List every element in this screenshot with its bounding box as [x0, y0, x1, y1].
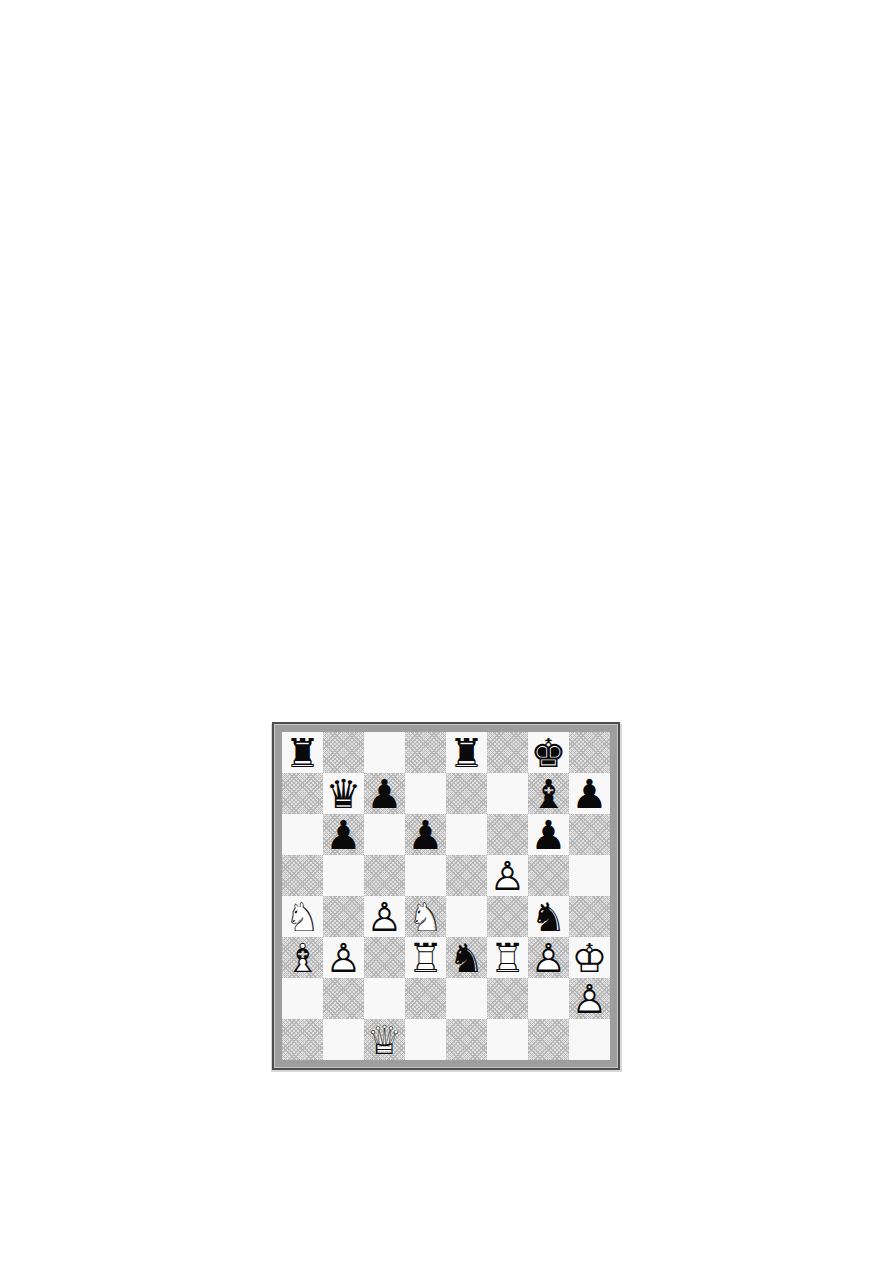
- square-d1[interactable]: [405, 1019, 446, 1060]
- piece-white-knight: ♞♘: [405, 896, 446, 937]
- square-e8[interactable]: ♜: [446, 732, 487, 773]
- square-d2[interactable]: [405, 978, 446, 1019]
- piece-black-knight: ♞: [528, 896, 569, 937]
- square-h2[interactable]: ♟♙: [569, 978, 610, 1019]
- square-f6[interactable]: [487, 814, 528, 855]
- square-b3[interactable]: ♟♙: [323, 937, 364, 978]
- piece-black-queen: ♛: [323, 773, 364, 814]
- square-d4[interactable]: ♞♘: [405, 896, 446, 937]
- square-h6[interactable]: [569, 814, 610, 855]
- piece-white-pawn: ♟♙: [323, 937, 364, 978]
- piece-white-bishop: ♝♗: [282, 937, 323, 978]
- square-c5[interactable]: [364, 855, 405, 896]
- piece-black-pawn: ♟: [405, 814, 446, 855]
- square-b4[interactable]: [323, 896, 364, 937]
- square-h3[interactable]: ♚♔: [569, 937, 610, 978]
- square-c3[interactable]: [364, 937, 405, 978]
- square-b8[interactable]: [323, 732, 364, 773]
- square-g3[interactable]: ♟♙: [528, 937, 569, 978]
- square-c1[interactable]: ♛♕: [364, 1019, 405, 1060]
- square-c8[interactable]: [364, 732, 405, 773]
- square-g4[interactable]: ♞: [528, 896, 569, 937]
- square-g5[interactable]: [528, 855, 569, 896]
- square-h1[interactable]: [569, 1019, 610, 1060]
- square-b6[interactable]: ♟: [323, 814, 364, 855]
- piece-white-pawn: ♟♙: [364, 896, 405, 937]
- square-a2[interactable]: [282, 978, 323, 1019]
- square-g7[interactable]: ♝: [528, 773, 569, 814]
- square-d8[interactable]: [405, 732, 446, 773]
- square-g2[interactable]: [528, 978, 569, 1019]
- square-e1[interactable]: [446, 1019, 487, 1060]
- square-h4[interactable]: [569, 896, 610, 937]
- piece-white-rook: ♜♖: [487, 937, 528, 978]
- piece-black-pawn: ♟: [364, 773, 405, 814]
- square-d3[interactable]: ♜♖: [405, 937, 446, 978]
- piece-black-king: ♚: [528, 732, 569, 773]
- square-d7[interactable]: [405, 773, 446, 814]
- square-e2[interactable]: [446, 978, 487, 1019]
- square-a1[interactable]: [282, 1019, 323, 1060]
- chess-board-diagram: ♜♜♚♛♟♝♟♟♟♟♟♙♞♘♟♙♞♘♞♝♗♟♙♜♖♞♜♖♟♙♚♔♟♙♛♕: [272, 722, 620, 1070]
- square-a3[interactable]: ♝♗: [282, 937, 323, 978]
- square-f4[interactable]: [487, 896, 528, 937]
- piece-black-pawn: ♟: [323, 814, 364, 855]
- square-c6[interactable]: [364, 814, 405, 855]
- square-b5[interactable]: [323, 855, 364, 896]
- piece-black-pawn: ♟: [528, 814, 569, 855]
- piece-black-bishop: ♝: [528, 773, 569, 814]
- square-h7[interactable]: ♟: [569, 773, 610, 814]
- square-e4[interactable]: [446, 896, 487, 937]
- square-f1[interactable]: [487, 1019, 528, 1060]
- piece-black-pawn: ♟: [569, 773, 610, 814]
- piece-white-pawn: ♟♙: [569, 978, 610, 1019]
- square-f2[interactable]: [487, 978, 528, 1019]
- square-e5[interactable]: [446, 855, 487, 896]
- square-c4[interactable]: ♟♙: [364, 896, 405, 937]
- square-d6[interactable]: ♟: [405, 814, 446, 855]
- piece-black-knight: ♞: [446, 937, 487, 978]
- square-d5[interactable]: [405, 855, 446, 896]
- square-b7[interactable]: ♛: [323, 773, 364, 814]
- piece-white-king: ♚♔: [569, 937, 610, 978]
- piece-white-rook: ♜♖: [405, 937, 446, 978]
- square-a6[interactable]: [282, 814, 323, 855]
- square-e6[interactable]: [446, 814, 487, 855]
- piece-black-rook: ♜: [446, 732, 487, 773]
- piece-white-knight: ♞♘: [282, 896, 323, 937]
- square-a4[interactable]: ♞♘: [282, 896, 323, 937]
- piece-white-pawn: ♟♙: [487, 855, 528, 896]
- square-f5[interactable]: ♟♙: [487, 855, 528, 896]
- square-b1[interactable]: [323, 1019, 364, 1060]
- square-e7[interactable]: [446, 773, 487, 814]
- square-h8[interactable]: [569, 732, 610, 773]
- square-a8[interactable]: ♜: [282, 732, 323, 773]
- square-g6[interactable]: ♟: [528, 814, 569, 855]
- square-e3[interactable]: ♞: [446, 937, 487, 978]
- square-c2[interactable]: [364, 978, 405, 1019]
- piece-black-rook: ♜: [282, 732, 323, 773]
- piece-white-queen: ♛♕: [364, 1019, 405, 1060]
- board-grid: ♜♜♚♛♟♝♟♟♟♟♟♙♞♘♟♙♞♘♞♝♗♟♙♜♖♞♜♖♟♙♚♔♟♙♛♕: [282, 732, 610, 1060]
- square-g8[interactable]: ♚: [528, 732, 569, 773]
- square-f3[interactable]: ♜♖: [487, 937, 528, 978]
- square-g1[interactable]: [528, 1019, 569, 1060]
- square-a7[interactable]: [282, 773, 323, 814]
- square-h5[interactable]: [569, 855, 610, 896]
- square-b2[interactable]: [323, 978, 364, 1019]
- square-c7[interactable]: ♟: [364, 773, 405, 814]
- piece-white-pawn: ♟♙: [528, 937, 569, 978]
- square-a5[interactable]: [282, 855, 323, 896]
- square-f7[interactable]: [487, 773, 528, 814]
- square-f8[interactable]: [487, 732, 528, 773]
